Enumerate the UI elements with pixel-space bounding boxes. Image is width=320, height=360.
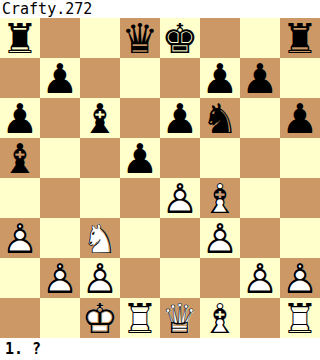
square-h8[interactable]: ♜ <box>280 18 320 58</box>
square-b3[interactable] <box>40 218 80 258</box>
white-bishop: ♝♗ <box>200 179 240 219</box>
square-f8[interactable] <box>200 18 240 58</box>
square-e8[interactable]: ♚ <box>160 18 200 58</box>
square-a7[interactable] <box>0 58 40 98</box>
square-c6[interactable]: ♝ <box>80 98 120 138</box>
white-pawn: ♟♙ <box>160 179 200 219</box>
square-d1[interactable]: ♜♖ <box>120 298 160 338</box>
square-h1[interactable]: ♜♖ <box>280 298 320 338</box>
move-indicator: 1. ? <box>0 338 320 360</box>
square-h5[interactable] <box>280 138 320 178</box>
square-g6[interactable] <box>240 98 280 138</box>
square-a5[interactable]: ♝ <box>0 138 40 178</box>
square-a8[interactable]: ♜ <box>0 18 40 58</box>
black-pawn: ♟ <box>240 59 280 99</box>
black-bishop: ♝ <box>80 99 120 139</box>
white-king: ♚♔ <box>80 299 120 339</box>
square-d2[interactable] <box>120 258 160 298</box>
black-pawn: ♟ <box>200 59 240 99</box>
black-bishop: ♝ <box>0 139 40 179</box>
square-c2[interactable]: ♟♙ <box>80 258 120 298</box>
square-c8[interactable] <box>80 18 120 58</box>
square-a2[interactable] <box>0 258 40 298</box>
square-b2[interactable]: ♟♙ <box>40 258 80 298</box>
square-c1[interactable]: ♚♔ <box>80 298 120 338</box>
square-f4[interactable]: ♝♗ <box>200 178 240 218</box>
black-pawn: ♟ <box>160 99 200 139</box>
square-b5[interactable] <box>40 138 80 178</box>
square-e1[interactable]: ♛♕ <box>160 298 200 338</box>
white-pawn: ♟♙ <box>40 259 80 299</box>
black-pawn: ♟ <box>120 139 160 179</box>
white-pawn: ♟♙ <box>200 219 240 259</box>
square-d3[interactable] <box>120 218 160 258</box>
black-rook: ♜ <box>0 19 40 59</box>
black-pawn: ♟ <box>40 59 80 99</box>
white-pawn: ♟♙ <box>240 259 280 299</box>
square-g7[interactable]: ♟ <box>240 58 280 98</box>
square-h7[interactable] <box>280 58 320 98</box>
square-c4[interactable] <box>80 178 120 218</box>
square-d7[interactable] <box>120 58 160 98</box>
square-d8[interactable]: ♛ <box>120 18 160 58</box>
square-g3[interactable] <box>240 218 280 258</box>
square-g8[interactable] <box>240 18 280 58</box>
square-b7[interactable]: ♟ <box>40 58 80 98</box>
square-b8[interactable] <box>40 18 80 58</box>
square-d5[interactable]: ♟ <box>120 138 160 178</box>
square-g2[interactable]: ♟♙ <box>240 258 280 298</box>
square-a6[interactable]: ♟ <box>0 98 40 138</box>
white-bishop: ♝♗ <box>200 299 240 339</box>
square-g4[interactable] <box>240 178 280 218</box>
square-f5[interactable] <box>200 138 240 178</box>
square-h3[interactable] <box>280 218 320 258</box>
square-f3[interactable]: ♟♙ <box>200 218 240 258</box>
black-knight: ♞ <box>200 99 240 139</box>
white-rook: ♜♖ <box>120 299 160 339</box>
white-pawn: ♟♙ <box>80 259 120 299</box>
white-pawn: ♟♙ <box>0 219 40 259</box>
square-f1[interactable]: ♝♗ <box>200 298 240 338</box>
square-a1[interactable] <box>0 298 40 338</box>
black-pawn: ♟ <box>0 99 40 139</box>
white-rook: ♜♖ <box>280 299 320 339</box>
square-c3[interactable]: ♞♘ <box>80 218 120 258</box>
white-pawn: ♟♙ <box>280 259 320 299</box>
square-f7[interactable]: ♟ <box>200 58 240 98</box>
square-h6[interactable]: ♟ <box>280 98 320 138</box>
black-pawn: ♟ <box>280 99 320 139</box>
square-a4[interactable] <box>0 178 40 218</box>
square-e2[interactable] <box>160 258 200 298</box>
square-e5[interactable] <box>160 138 200 178</box>
square-b1[interactable] <box>40 298 80 338</box>
square-c5[interactable] <box>80 138 120 178</box>
square-g5[interactable] <box>240 138 280 178</box>
square-f6[interactable]: ♞ <box>200 98 240 138</box>
square-e3[interactable] <box>160 218 200 258</box>
black-queen: ♛ <box>120 19 160 59</box>
white-queen: ♛♕ <box>160 299 200 339</box>
engine-title: Crafty.272 <box>0 0 320 18</box>
square-d4[interactable] <box>120 178 160 218</box>
square-e7[interactable] <box>160 58 200 98</box>
square-c7[interactable] <box>80 58 120 98</box>
square-g1[interactable] <box>240 298 280 338</box>
square-b6[interactable] <box>40 98 80 138</box>
square-a3[interactable]: ♟♙ <box>0 218 40 258</box>
square-e6[interactable]: ♟ <box>160 98 200 138</box>
white-knight: ♞♘ <box>80 219 120 259</box>
square-f2[interactable] <box>200 258 240 298</box>
square-h4[interactable] <box>280 178 320 218</box>
black-rook: ♜ <box>280 19 320 59</box>
black-king: ♚ <box>160 19 200 59</box>
square-e4[interactable]: ♟♙ <box>160 178 200 218</box>
square-h2[interactable]: ♟♙ <box>280 258 320 298</box>
square-b4[interactable] <box>40 178 80 218</box>
square-d6[interactable] <box>120 98 160 138</box>
chess-board: ♜♛♚♜♟♟♟♟♝♟♞♟♝♟♟♙♝♗♟♙♞♘♟♙♟♙♟♙♟♙♟♙♚♔♜♖♛♕♝♗… <box>0 18 320 338</box>
